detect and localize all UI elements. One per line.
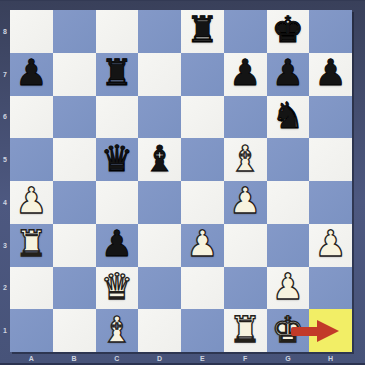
square-e6[interactable] bbox=[181, 96, 224, 139]
square-g3[interactable] bbox=[267, 224, 310, 267]
rank-labels: 87654321 bbox=[0, 10, 10, 352]
square-c2[interactable]: ♛ bbox=[96, 267, 139, 310]
square-h6[interactable] bbox=[309, 96, 352, 139]
piece-black-pawn: ♟ bbox=[272, 55, 304, 91]
file-label-c: C bbox=[96, 352, 139, 365]
piece-white-pawn: ♟ bbox=[186, 226, 218, 262]
square-d5[interactable]: ♝ bbox=[138, 138, 181, 181]
square-g6[interactable]: ♞ bbox=[267, 96, 310, 139]
piece-white-pawn: ♟ bbox=[229, 183, 261, 219]
square-f3[interactable] bbox=[224, 224, 267, 267]
square-f4[interactable]: ♟ bbox=[224, 181, 267, 224]
piece-black-rook: ♜ bbox=[101, 55, 133, 91]
piece-black-knight: ♞ bbox=[272, 98, 304, 134]
piece-black-bishop: ♝ bbox=[143, 141, 175, 177]
square-c7[interactable]: ♜ bbox=[96, 53, 139, 96]
square-g1[interactable]: ♚ bbox=[267, 309, 310, 352]
piece-black-pawn: ♟ bbox=[229, 55, 261, 91]
square-f8[interactable] bbox=[224, 10, 267, 53]
square-e5[interactable] bbox=[181, 138, 224, 181]
rank-label-3: 3 bbox=[0, 224, 10, 267]
rank-label-6: 6 bbox=[0, 96, 10, 139]
square-e4[interactable] bbox=[181, 181, 224, 224]
square-b2[interactable] bbox=[53, 267, 96, 310]
piece-white-rook: ♜ bbox=[15, 226, 47, 262]
rank-label-7: 7 bbox=[0, 53, 10, 96]
square-d7[interactable] bbox=[138, 53, 181, 96]
square-c6[interactable] bbox=[96, 96, 139, 139]
square-a3[interactable]: ♜ bbox=[10, 224, 53, 267]
piece-black-king: ♚ bbox=[272, 12, 304, 48]
piece-white-pawn: ♟ bbox=[314, 226, 346, 262]
square-c8[interactable] bbox=[96, 10, 139, 53]
piece-black-rook: ♜ bbox=[186, 12, 218, 48]
piece-white-queen: ♛ bbox=[101, 269, 133, 305]
piece-black-pawn: ♟ bbox=[314, 55, 346, 91]
square-b1[interactable] bbox=[53, 309, 96, 352]
square-f7[interactable]: ♟ bbox=[224, 53, 267, 96]
piece-white-bishop: ♝ bbox=[229, 141, 261, 177]
square-b6[interactable] bbox=[53, 96, 96, 139]
file-label-f: F bbox=[224, 352, 267, 365]
file-label-e: E bbox=[181, 352, 224, 365]
square-e8[interactable]: ♜ bbox=[181, 10, 224, 53]
square-d6[interactable] bbox=[138, 96, 181, 139]
file-label-b: B bbox=[53, 352, 96, 365]
file-label-h: H bbox=[309, 352, 352, 365]
file-label-d: D bbox=[138, 352, 181, 365]
rank-label-8: 8 bbox=[0, 10, 10, 53]
piece-white-king: ♚ bbox=[272, 312, 304, 348]
file-labels: ABCDEFGH bbox=[10, 352, 352, 365]
square-a6[interactable] bbox=[10, 96, 53, 139]
piece-white-pawn: ♟ bbox=[272, 269, 304, 305]
square-g7[interactable]: ♟ bbox=[267, 53, 310, 96]
piece-black-pawn: ♟ bbox=[101, 226, 133, 262]
square-g2[interactable]: ♟ bbox=[267, 267, 310, 310]
square-e2[interactable] bbox=[181, 267, 224, 310]
square-a5[interactable] bbox=[10, 138, 53, 181]
square-a2[interactable] bbox=[10, 267, 53, 310]
square-g4[interactable] bbox=[267, 181, 310, 224]
square-c1[interactable]: ♝ bbox=[96, 309, 139, 352]
rank-label-4: 4 bbox=[0, 181, 10, 224]
square-f5[interactable]: ♝ bbox=[224, 138, 267, 181]
square-a8[interactable] bbox=[10, 10, 53, 53]
square-d2[interactable] bbox=[138, 267, 181, 310]
square-h5[interactable] bbox=[309, 138, 352, 181]
square-h1[interactable] bbox=[309, 309, 352, 352]
square-b4[interactable] bbox=[53, 181, 96, 224]
square-g5[interactable] bbox=[267, 138, 310, 181]
square-b3[interactable] bbox=[53, 224, 96, 267]
square-d4[interactable] bbox=[138, 181, 181, 224]
square-d3[interactable] bbox=[138, 224, 181, 267]
square-c3[interactable]: ♟ bbox=[96, 224, 139, 267]
square-b5[interactable] bbox=[53, 138, 96, 181]
piece-white-pawn: ♟ bbox=[15, 183, 47, 219]
square-a1[interactable] bbox=[10, 309, 53, 352]
piece-black-pawn: ♟ bbox=[15, 55, 47, 91]
square-c5[interactable]: ♛ bbox=[96, 138, 139, 181]
square-h4[interactable] bbox=[309, 181, 352, 224]
square-e1[interactable] bbox=[181, 309, 224, 352]
piece-white-rook: ♜ bbox=[229, 312, 261, 348]
square-d8[interactable] bbox=[138, 10, 181, 53]
square-h7[interactable]: ♟ bbox=[309, 53, 352, 96]
piece-white-bishop: ♝ bbox=[101, 312, 133, 348]
square-h2[interactable] bbox=[309, 267, 352, 310]
square-h8[interactable] bbox=[309, 10, 352, 53]
square-e7[interactable] bbox=[181, 53, 224, 96]
square-d1[interactable] bbox=[138, 309, 181, 352]
board-frame: ♜♚♟♜♟♟♟♞♛♝♝♟♟♜♟♟♟♛♟♝♜♚ 87654321 ABCDEFGH bbox=[0, 0, 365, 365]
square-f1[interactable]: ♜ bbox=[224, 309, 267, 352]
piece-black-queen: ♛ bbox=[101, 141, 133, 177]
rank-label-2: 2 bbox=[0, 267, 10, 310]
square-h3[interactable]: ♟ bbox=[309, 224, 352, 267]
rank-label-5: 5 bbox=[0, 138, 10, 181]
file-label-a: A bbox=[10, 352, 53, 365]
square-b8[interactable] bbox=[53, 10, 96, 53]
square-a4[interactable]: ♟ bbox=[10, 181, 53, 224]
file-label-g: G bbox=[267, 352, 310, 365]
square-f2[interactable] bbox=[224, 267, 267, 310]
rank-label-1: 1 bbox=[0, 309, 10, 352]
square-g8[interactable]: ♚ bbox=[267, 10, 310, 53]
chess-board: ♜♚♟♜♟♟♟♞♛♝♝♟♟♜♟♟♟♛♟♝♜♚ bbox=[10, 10, 352, 352]
square-e3[interactable]: ♟ bbox=[181, 224, 224, 267]
square-f6[interactable] bbox=[224, 96, 267, 139]
square-a7[interactable]: ♟ bbox=[10, 53, 53, 96]
square-c4[interactable] bbox=[96, 181, 139, 224]
square-b7[interactable] bbox=[53, 53, 96, 96]
